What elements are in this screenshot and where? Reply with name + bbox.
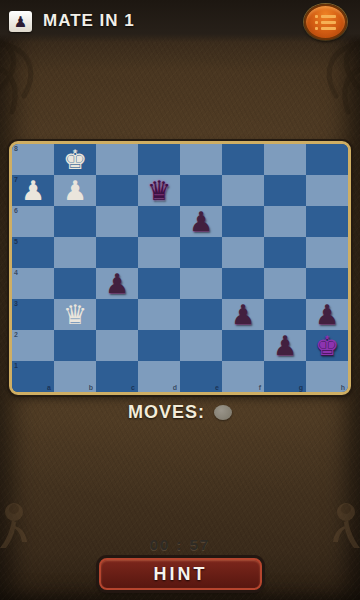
square-d4[interactable] [138, 268, 180, 299]
square-e4[interactable] [180, 268, 222, 299]
square-g7[interactable] [264, 175, 306, 206]
countdown-timer: 00 : 57 [0, 536, 360, 553]
black-pawn-g2[interactable]: ♟ [264, 330, 306, 361]
square-h3[interactable]: ♟ [306, 299, 348, 330]
square-e7[interactable] [180, 175, 222, 206]
square-g4[interactable] [264, 268, 306, 299]
square-d1[interactable]: d [138, 361, 180, 392]
moves-row: MOVES: [0, 399, 360, 425]
rank-label: 2 [14, 331, 18, 338]
app-screen: ♟ MATE IN 1 8♚7♟♟♛6♟54♟3♛♟♟2♟♚1abcdefgh … [0, 0, 360, 600]
square-d8[interactable] [138, 144, 180, 175]
hint-button-label: HINT [154, 564, 208, 585]
file-label: g [299, 384, 303, 391]
page-title: MATE IN 1 [43, 11, 135, 31]
square-e5[interactable] [180, 237, 222, 268]
square-f8[interactable] [222, 144, 264, 175]
hint-button[interactable]: HINT [99, 558, 262, 590]
file-label: e [215, 384, 219, 391]
black-pawn-glyph: ♟ [14, 14, 27, 29]
rank-label: 5 [14, 238, 18, 245]
square-c3[interactable] [96, 299, 138, 330]
square-b7[interactable]: ♟ [54, 175, 96, 206]
square-d5[interactable] [138, 237, 180, 268]
square-e3[interactable] [180, 299, 222, 330]
square-b5[interactable] [54, 237, 96, 268]
bullet-list-icon [315, 15, 336, 30]
square-d2[interactable] [138, 330, 180, 361]
square-h4[interactable] [306, 268, 348, 299]
square-d3[interactable] [138, 299, 180, 330]
file-label: d [173, 384, 177, 391]
ornament-top-left [0, 38, 64, 118]
rank-label: 3 [14, 300, 18, 307]
square-e8[interactable] [180, 144, 222, 175]
square-h7[interactable] [306, 175, 348, 206]
square-f4[interactable] [222, 268, 264, 299]
square-d7[interactable]: ♛ [138, 175, 180, 206]
black-pawn-e6[interactable]: ♟ [180, 206, 222, 237]
file-label: b [89, 384, 93, 391]
square-f5[interactable] [222, 237, 264, 268]
square-a5[interactable]: 5 [12, 237, 54, 268]
white-queen-b3[interactable]: ♛ [54, 299, 96, 330]
chess-board[interactable]: 8♚7♟♟♛6♟54♟3♛♟♟2♟♚1abcdefgh [12, 144, 348, 392]
black-king-h2[interactable]: ♚ [306, 330, 348, 361]
square-f6[interactable] [222, 206, 264, 237]
square-f3[interactable]: ♟ [222, 299, 264, 330]
rank-label: 8 [14, 145, 18, 152]
rank-label: 1 [14, 362, 18, 369]
square-c8[interactable] [96, 144, 138, 175]
square-h5[interactable] [306, 237, 348, 268]
square-g3[interactable] [264, 299, 306, 330]
square-a6[interactable]: 6 [12, 206, 54, 237]
move-indicator-dot [214, 405, 232, 420]
square-c5[interactable] [96, 237, 138, 268]
square-h8[interactable] [306, 144, 348, 175]
square-h1[interactable]: h [306, 361, 348, 392]
square-c1[interactable]: c [96, 361, 138, 392]
square-c2[interactable] [96, 330, 138, 361]
square-g1[interactable]: g [264, 361, 306, 392]
square-e2[interactable] [180, 330, 222, 361]
square-g8[interactable] [264, 144, 306, 175]
square-b2[interactable] [54, 330, 96, 361]
square-c7[interactable] [96, 175, 138, 206]
pawn-badge-icon: ♟ [9, 11, 32, 32]
white-pawn-a7[interactable]: ♟ [12, 175, 54, 206]
square-a1[interactable]: 1a [12, 361, 54, 392]
black-queen-d7[interactable]: ♛ [138, 175, 180, 206]
rank-label: 6 [14, 207, 18, 214]
square-d6[interactable] [138, 206, 180, 237]
square-g6[interactable] [264, 206, 306, 237]
square-c6[interactable] [96, 206, 138, 237]
black-pawn-f3[interactable]: ♟ [222, 299, 264, 330]
square-f2[interactable] [222, 330, 264, 361]
file-label: h [341, 384, 345, 391]
square-e6[interactable]: ♟ [180, 206, 222, 237]
square-a3[interactable]: 3 [12, 299, 54, 330]
file-label: a [47, 384, 51, 391]
square-a8[interactable]: 8 [12, 144, 54, 175]
square-f7[interactable] [222, 175, 264, 206]
square-f1[interactable]: f [222, 361, 264, 392]
menu-button[interactable] [304, 4, 347, 40]
square-g5[interactable] [264, 237, 306, 268]
square-h2[interactable]: ♚ [306, 330, 348, 361]
white-king-b8[interactable]: ♚ [54, 144, 96, 175]
square-b6[interactable] [54, 206, 96, 237]
black-pawn-h3[interactable]: ♟ [306, 299, 348, 330]
square-c4[interactable]: ♟ [96, 268, 138, 299]
top-bar: ♟ MATE IN 1 [0, 0, 360, 42]
square-h6[interactable] [306, 206, 348, 237]
square-a2[interactable]: 2 [12, 330, 54, 361]
white-pawn-b7[interactable]: ♟ [54, 175, 96, 206]
square-a7[interactable]: 7♟ [12, 175, 54, 206]
square-g2[interactable]: ♟ [264, 330, 306, 361]
chess-board-frame: 8♚7♟♟♛6♟54♟3♛♟♟2♟♚1abcdefgh [9, 141, 351, 395]
black-pawn-c4[interactable]: ♟ [96, 268, 138, 299]
moves-label: MOVES: [128, 402, 205, 423]
square-b4[interactable] [54, 268, 96, 299]
file-label: f [259, 384, 261, 391]
square-a4[interactable]: 4 [12, 268, 54, 299]
rank-label: 4 [14, 269, 18, 276]
square-b3[interactable]: ♛ [54, 299, 96, 330]
ornament-top-right [296, 38, 360, 118]
square-b8[interactable]: ♚ [54, 144, 96, 175]
square-e1[interactable]: e [180, 361, 222, 392]
file-label: c [131, 384, 135, 391]
square-b1[interactable]: b [54, 361, 96, 392]
